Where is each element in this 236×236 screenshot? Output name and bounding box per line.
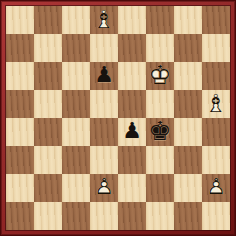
square-f8[interactable] <box>146 6 174 34</box>
chess-board: ♝♗♟♚♔♝♗♟♚♟♙♟♙ <box>6 6 230 230</box>
square-f7[interactable] <box>146 34 174 62</box>
square-a1[interactable] <box>6 202 34 230</box>
square-h4[interactable] <box>202 118 230 146</box>
black-pawn-e4[interactable]: ♟ <box>118 118 146 146</box>
square-e2[interactable] <box>118 174 146 202</box>
square-h5[interactable]: ♝♗ <box>202 90 230 118</box>
square-d8[interactable]: ♝♗ <box>90 6 118 34</box>
white-king-outline-glyph: ♔ <box>146 61 174 89</box>
chess-board-frame: ♝♗♟♚♔♝♗♟♚♟♙♟♙ <box>0 0 236 236</box>
square-h8[interactable] <box>202 6 230 34</box>
square-e5[interactable] <box>118 90 146 118</box>
square-c4[interactable] <box>62 118 90 146</box>
square-b4[interactable] <box>34 118 62 146</box>
square-e3[interactable] <box>118 146 146 174</box>
black-king-fill-glyph: ♚ <box>146 117 174 145</box>
square-e8[interactable] <box>118 6 146 34</box>
square-c7[interactable] <box>62 34 90 62</box>
square-e4[interactable]: ♟ <box>118 118 146 146</box>
square-a3[interactable] <box>6 146 34 174</box>
square-g6[interactable] <box>174 62 202 90</box>
black-pawn-fill-glyph: ♟ <box>90 61 118 89</box>
square-c1[interactable] <box>62 202 90 230</box>
square-a7[interactable] <box>6 34 34 62</box>
square-b1[interactable] <box>34 202 62 230</box>
white-king-f6[interactable]: ♚♔ <box>146 62 174 90</box>
square-d6[interactable]: ♟ <box>90 62 118 90</box>
square-b5[interactable] <box>34 90 62 118</box>
square-c3[interactable] <box>62 146 90 174</box>
square-b6[interactable] <box>34 62 62 90</box>
black-pawn-d6[interactable]: ♟ <box>90 62 118 90</box>
square-g5[interactable] <box>174 90 202 118</box>
black-king-f4[interactable]: ♚ <box>146 118 174 146</box>
square-a5[interactable] <box>6 90 34 118</box>
square-c8[interactable] <box>62 6 90 34</box>
white-pawn-outline-glyph: ♙ <box>202 173 230 201</box>
square-a2[interactable] <box>6 174 34 202</box>
square-c5[interactable] <box>62 90 90 118</box>
white-pawn-d2[interactable]: ♟♙ <box>90 174 118 202</box>
square-b8[interactable] <box>34 6 62 34</box>
square-h1[interactable] <box>202 202 230 230</box>
black-pawn-fill-glyph: ♟ <box>118 117 146 145</box>
square-a8[interactable] <box>6 6 34 34</box>
square-b7[interactable] <box>34 34 62 62</box>
square-g1[interactable] <box>174 202 202 230</box>
square-d4[interactable] <box>90 118 118 146</box>
square-b2[interactable] <box>34 174 62 202</box>
square-c6[interactable] <box>62 62 90 90</box>
square-f6[interactable]: ♚♔ <box>146 62 174 90</box>
square-h6[interactable] <box>202 62 230 90</box>
square-h7[interactable] <box>202 34 230 62</box>
square-e7[interactable] <box>118 34 146 62</box>
square-f2[interactable] <box>146 174 174 202</box>
square-d3[interactable] <box>90 146 118 174</box>
white-pawn-h2[interactable]: ♟♙ <box>202 174 230 202</box>
square-h3[interactable] <box>202 146 230 174</box>
square-f5[interactable] <box>146 90 174 118</box>
square-e6[interactable] <box>118 62 146 90</box>
square-d7[interactable] <box>90 34 118 62</box>
white-bishop-outline-glyph: ♗ <box>202 89 230 117</box>
square-b3[interactable] <box>34 146 62 174</box>
square-h2[interactable]: ♟♙ <box>202 174 230 202</box>
white-bishop-h5[interactable]: ♝♗ <box>202 90 230 118</box>
square-a4[interactable] <box>6 118 34 146</box>
square-g8[interactable] <box>174 6 202 34</box>
square-f4[interactable]: ♚ <box>146 118 174 146</box>
square-g4[interactable] <box>174 118 202 146</box>
square-d1[interactable] <box>90 202 118 230</box>
square-d5[interactable] <box>90 90 118 118</box>
square-d2[interactable]: ♟♙ <box>90 174 118 202</box>
square-g2[interactable] <box>174 174 202 202</box>
square-c2[interactable] <box>62 174 90 202</box>
square-g3[interactable] <box>174 146 202 174</box>
square-f3[interactable] <box>146 146 174 174</box>
white-bishop-outline-glyph: ♗ <box>90 5 118 33</box>
white-pawn-outline-glyph: ♙ <box>90 173 118 201</box>
square-f1[interactable] <box>146 202 174 230</box>
square-g7[interactable] <box>174 34 202 62</box>
square-e1[interactable] <box>118 202 146 230</box>
square-a6[interactable] <box>6 62 34 90</box>
white-bishop-d8[interactable]: ♝♗ <box>90 6 118 34</box>
